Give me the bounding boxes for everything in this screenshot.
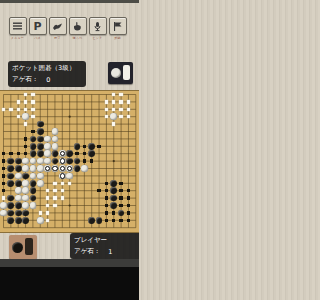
black-stone [30,180,37,187]
black-territory-marker [119,219,122,222]
black-territory-marker [9,152,12,155]
black-territory-marker [83,152,86,155]
black-territory-marker [112,219,115,222]
player-captures-value: 1 [108,248,112,256]
pass-icon: P [33,21,41,32]
black-territory-marker [2,189,5,192]
white-territory-marker [31,93,34,96]
black-territory-marker [24,152,27,155]
white-territory-marker [61,189,64,192]
black-territory-marker [112,211,115,214]
black-territory-marker [2,167,5,170]
white-territory-marker [31,115,34,118]
white-territory-marker [2,196,5,199]
black-stone [110,202,117,209]
white-territory-marker [127,108,130,111]
black-stone [88,143,95,150]
menu-label: メニュー [11,36,24,40]
white-territory-marker [46,204,49,207]
white-stone-indicator-icon [108,62,133,84]
black-stone [15,210,22,217]
white-territory-marker [112,108,115,111]
undo-hand-icon [72,17,83,36]
white-territory-marker [46,189,49,192]
dead-ring-mark [52,166,57,171]
black-stone [30,143,37,150]
white-territory-marker [39,211,42,214]
black-stone [15,202,22,209]
dead-ring-mark [60,166,65,171]
white-stone [52,143,59,150]
black-stone-glyph [12,242,23,253]
black-stone [15,217,22,224]
marked-white-stone [44,165,51,172]
black-territory-marker [119,182,122,185]
player-panel: プレイヤー アゲ石： 1 [70,233,139,259]
black-territory-marker [83,145,86,148]
black-territory-marker [2,159,5,162]
white-territory-marker [53,189,56,192]
menu-button[interactable]: メニュー [9,17,26,40]
black-stone [37,121,44,128]
white-stone [22,187,29,194]
marked-white-stone [59,173,66,180]
resign-label: 投了 [54,36,60,40]
white-territory-marker [127,100,130,103]
black-stone [110,180,117,187]
dead-ring-mark [67,166,72,171]
white-stone [15,187,22,194]
top-edge-bar [0,0,139,3]
white-stone [81,165,88,172]
white-territory-marker [24,100,27,103]
black-territory-marker [2,174,5,177]
white-stone [15,195,22,202]
pass-button[interactable]: P パス [29,17,46,40]
white-territory-marker [119,115,122,118]
black-stone [22,217,29,224]
black-territory-marker [127,196,130,199]
white-stone [44,143,51,150]
white-stone [52,128,59,135]
dead-ring-mark [60,158,65,163]
black-territory-marker [24,145,27,148]
white-territory-marker [68,182,71,185]
black-stone [96,217,103,224]
black-territory-marker [127,204,130,207]
opponent-panel: ポケット囲碁（3級） アゲ石： 0 [8,61,86,87]
black-stone [7,217,14,224]
black-territory-marker [105,219,108,222]
status-flag-icon [112,17,123,36]
white-territory-marker [53,196,56,199]
black-territory-marker [105,189,108,192]
hint-button[interactable]: ヒント [89,17,106,40]
white-stone [22,202,29,209]
black-territory-marker [24,137,27,140]
black-territory-marker [90,159,93,162]
white-territory-marker [119,108,122,111]
black-territory-marker [83,159,86,162]
marked-white-stone [66,165,73,172]
white-stone [37,180,44,187]
white-territory-marker [17,115,20,118]
menu-icon [12,17,23,36]
white-stone [44,136,51,143]
white-stone [22,180,29,187]
white-territory-marker [112,100,115,103]
white-territory-marker [46,219,49,222]
opponent-captures-label: アゲ石： [12,75,38,84]
white-territory-marker [17,100,20,103]
marked-white-stone [59,150,66,157]
white-territory-marker [105,108,108,111]
black-territory-marker [127,219,130,222]
white-stone [37,173,44,180]
white-stone [22,113,29,120]
white-territory-marker [61,196,64,199]
white-stone [22,165,29,172]
black-territory-marker [97,145,100,148]
black-territory-marker [105,204,108,207]
white-territory-marker [24,108,27,111]
black-stone [37,150,44,157]
white-territory-marker [112,122,115,125]
white-territory-marker [119,93,122,96]
hint-label: ヒント [93,36,103,40]
white-territory-marker [46,196,49,199]
black-territory-marker [105,182,108,185]
black-territory-marker [105,196,108,199]
pass-label: パス [34,36,40,40]
black-territory-marker [119,196,122,199]
undo-label: 待った [73,36,83,40]
white-territory-marker [105,115,108,118]
white-territory-marker [61,182,64,185]
black-stone [15,180,22,187]
marked-white-stone [52,165,59,172]
go-board[interactable] [0,90,139,233]
white-territory-marker [31,100,34,103]
undo-button[interactable]: 待った [69,17,86,40]
status-label: 形勢 [114,36,120,40]
black-territory-marker [2,152,5,155]
black-territory-marker [127,189,130,192]
white-stone [37,158,44,165]
resign-button[interactable]: 投了 [49,17,66,40]
black-territory-marker [75,152,78,155]
dead-ring-mark [45,166,50,171]
white-territory-marker [17,108,20,111]
player-captures-label: アゲ石： [74,247,100,256]
black-stone [22,210,29,217]
black-stone [37,143,44,150]
white-stone [0,210,7,217]
black-territory-marker [31,130,34,133]
hint-mic-icon [92,17,103,36]
dead-ring-mark [60,173,65,178]
white-territory-marker [46,211,49,214]
dead-ring-mark [60,151,65,156]
black-territory-marker [119,189,122,192]
player-name: プレイヤー [74,235,135,246]
black-territory-marker [127,211,130,214]
white-territory-marker [2,108,5,111]
black-stone [7,180,14,187]
white-territory-marker [9,108,12,111]
white-territory-marker [127,115,130,118]
white-territory-marker [112,93,115,96]
marked-white-stone [59,165,66,172]
opponent-name: ポケット囲碁（3級） [12,63,82,74]
black-stone [15,165,22,172]
toolbar: メニュー P パス 投了 待った ヒント 形勢 [9,17,133,40]
bottom-gray-band [0,259,139,267]
opponent-captures-value: 0 [46,76,50,84]
white-territory-marker [31,108,34,111]
white-stone [37,217,44,224]
black-stone [74,143,81,150]
black-bowl-glyph [25,238,33,255]
white-stone [37,165,44,172]
marked-white-stone [59,158,66,165]
black-stone [22,173,29,180]
white-stone [15,173,22,180]
black-stone [15,158,22,165]
white-territory-marker [53,182,56,185]
black-stone [37,128,44,135]
black-stone [37,136,44,143]
white-bowl-glyph [123,65,130,80]
white-territory-marker [119,100,122,103]
black-territory-marker [17,152,20,155]
black-territory-marker [97,189,100,192]
black-stone-indicator-icon [9,235,37,259]
white-territory-marker [105,100,108,103]
white-stone [0,202,7,209]
white-stone [30,165,37,172]
bottom-black-band [0,267,139,300]
white-territory-marker [24,122,27,125]
resign-bird-icon [52,17,63,36]
black-territory-marker [2,182,5,185]
status-button[interactable]: 形勢 [109,17,126,40]
black-territory-marker [119,204,122,207]
black-territory-marker [105,211,108,214]
black-stone [88,217,95,224]
white-territory-marker [53,204,56,207]
go-app-screen: { "toolbar": { "buttons": [ {"label": "メ… [0,0,139,300]
white-stone [30,202,37,209]
white-territory-marker [24,93,27,96]
white-stone-glyph [111,68,121,78]
